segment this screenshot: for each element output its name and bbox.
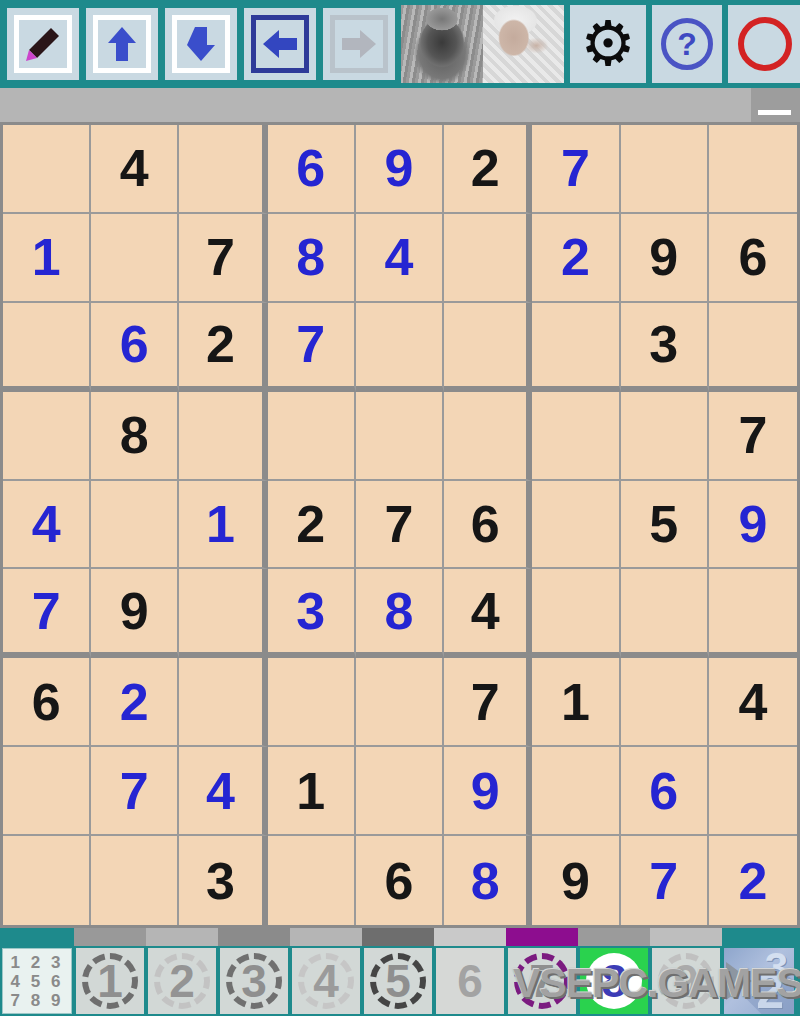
- cell-r2c9[interactable]: 6: [709, 214, 797, 303]
- digit-label: 9: [673, 958, 699, 1004]
- cell-r7c5[interactable]: [356, 658, 444, 747]
- digit-button-1[interactable]: 1: [76, 948, 144, 1014]
- progress-segment-4: [290, 928, 362, 946]
- cell-r4c1[interactable]: [3, 392, 91, 481]
- cell-r7c3[interactable]: [179, 658, 267, 747]
- cell-r7c8[interactable]: [621, 658, 709, 747]
- keypad-row: 4 5 6: [11, 972, 64, 991]
- cell-r8c1[interactable]: [3, 747, 91, 836]
- cell-r2c8[interactable]: 9: [621, 214, 709, 303]
- keypad-row: 1 2 3: [11, 953, 64, 972]
- cell-r5c1[interactable]: 4: [3, 481, 91, 570]
- progress-segment-3: [218, 928, 290, 946]
- banner-photos: [401, 5, 564, 83]
- digit-label: 5: [385, 958, 411, 1004]
- progress-segment-5: [362, 928, 434, 946]
- keypad-row: 7 8 9: [11, 991, 64, 1010]
- cell-r9c4[interactable]: [268, 836, 356, 925]
- cell-r6c1[interactable]: 7: [3, 569, 91, 658]
- cell-r3c7[interactable]: [532, 303, 620, 392]
- cell-r5c6[interactable]: 6: [444, 481, 532, 570]
- cell-r4c9[interactable]: 7: [709, 392, 797, 481]
- child-photo: [483, 5, 565, 83]
- digit-label: 7: [529, 958, 555, 1004]
- sudoku-app: ⚙ ? 469271784296627387412765979384627147…: [0, 0, 800, 1016]
- left-arrow-button[interactable]: [244, 8, 316, 80]
- cell-r7c2[interactable]: 2: [91, 658, 179, 747]
- title-bar: [0, 88, 800, 122]
- cell-r7c1[interactable]: 6: [3, 658, 91, 747]
- cell-r3c3[interactable]: 2: [179, 303, 267, 392]
- cell-r1c1[interactable]: [3, 125, 91, 214]
- cell-r8c3[interactable]: 4: [179, 747, 267, 836]
- digit-button-2[interactable]: 2: [148, 948, 216, 1014]
- cell-r4c8[interactable]: [621, 392, 709, 481]
- cell-r4c3[interactable]: [179, 392, 267, 481]
- cell-r9c6[interactable]: 8: [444, 836, 532, 925]
- cell-r2c5[interactable]: 4: [356, 214, 444, 303]
- help-icon: ?: [661, 18, 713, 70]
- cell-r2c7[interactable]: 2: [532, 214, 620, 303]
- minimize-handle[interactable]: [758, 110, 791, 115]
- cell-r3c5[interactable]: [356, 303, 444, 392]
- cell-r8c6[interactable]: 9: [444, 747, 532, 836]
- cell-r9c9[interactable]: 2: [709, 836, 797, 925]
- cell-r2c1[interactable]: 1: [3, 214, 91, 303]
- cell-r6c8[interactable]: [621, 569, 709, 658]
- cell-r4c7[interactable]: [532, 392, 620, 481]
- sudoku-board: 4692717842966273874127659793846271474196…: [0, 122, 800, 928]
- digit-label: 2: [169, 958, 195, 1004]
- down-arrow-button[interactable]: [165, 8, 237, 80]
- cell-r7c9[interactable]: 4: [709, 658, 797, 747]
- cell-r8c2[interactable]: 7: [91, 747, 179, 836]
- cell-r9c7[interactable]: 9: [532, 836, 620, 925]
- digit-label: 4: [313, 958, 339, 1004]
- cell-r5c3[interactable]: 1: [179, 481, 267, 570]
- toolbar: ⚙ ?: [0, 0, 800, 88]
- cell-r1c3[interactable]: [179, 125, 267, 214]
- cell-r1c2[interactable]: 4: [91, 125, 179, 214]
- cell-r9c2[interactable]: [91, 836, 179, 925]
- pencilmark-keypad-button[interactable]: 1 2 3 4 5 6 7 8 9: [2, 948, 72, 1014]
- cell-r1c5[interactable]: 9: [356, 125, 444, 214]
- cell-r3c8[interactable]: 3: [621, 303, 709, 392]
- record-circle-icon: [738, 17, 792, 71]
- up-arrow-button[interactable]: [86, 8, 158, 80]
- progress-segment-0: [0, 928, 74, 946]
- cell-r7c7[interactable]: 1: [532, 658, 620, 747]
- cell-r8c7[interactable]: [532, 747, 620, 836]
- up-arrow-icon: [93, 15, 151, 73]
- digit-button-4[interactable]: 4: [292, 948, 360, 1014]
- progress-segment-7: [506, 928, 578, 946]
- cell-r8c4[interactable]: 1: [268, 747, 356, 836]
- left-arrow-icon: [251, 15, 309, 73]
- cell-r4c2[interactable]: 8: [91, 392, 179, 481]
- cell-r9c3[interactable]: 3: [179, 836, 267, 925]
- cell-r3c4[interactable]: 7: [268, 303, 356, 392]
- cell-r5c8[interactable]: 5: [621, 481, 709, 570]
- title-bar-corner: [751, 88, 800, 122]
- cell-r2c4[interactable]: 8: [268, 214, 356, 303]
- cell-r6c4[interactable]: 3: [268, 569, 356, 658]
- cell-r3c9[interactable]: [709, 303, 797, 392]
- help-button[interactable]: ?: [652, 5, 722, 83]
- digit-button-6[interactable]: 6: [436, 948, 504, 1014]
- cell-r6c7[interactable]: [532, 569, 620, 658]
- digit-button-7[interactable]: 7: [508, 948, 576, 1014]
- cell-r2c6[interactable]: [444, 214, 532, 303]
- progress-segment-10: [722, 928, 798, 946]
- cell-r1c7[interactable]: 7: [532, 125, 620, 214]
- triangle-icon: [726, 962, 752, 1000]
- cell-r9c8[interactable]: 7: [621, 836, 709, 925]
- cell-r1c8[interactable]: [621, 125, 709, 214]
- cell-r1c9[interactable]: [709, 125, 797, 214]
- digit-label: 1: [97, 958, 123, 1004]
- settings-button[interactable]: ⚙: [570, 5, 646, 83]
- cell-r4c5[interactable]: [356, 392, 444, 481]
- cell-r5c2[interactable]: [91, 481, 179, 570]
- cell-r5c7[interactable]: [532, 481, 620, 570]
- digit-progress-strip: [0, 928, 800, 946]
- cell-r6c3[interactable]: [179, 569, 267, 658]
- cell-r9c1[interactable]: [3, 836, 91, 925]
- pencil-icon: [14, 15, 72, 73]
- progress-segment-2: [146, 928, 218, 946]
- cell-r1c4[interactable]: 6: [268, 125, 356, 214]
- cell-r4c6[interactable]: [444, 392, 532, 481]
- cell-r8c8[interactable]: 6: [621, 747, 709, 836]
- cell-r2c3[interactable]: 7: [179, 214, 267, 303]
- cell-r3c6[interactable]: [444, 303, 532, 392]
- right-arrow-icon: [330, 15, 388, 73]
- number-pad: 1 2 3 4 5 6 7 8 9 123456789 3 2: [0, 946, 800, 1016]
- cell-r2c2[interactable]: [91, 214, 179, 303]
- counter-digit: 2: [756, 962, 784, 1014]
- cell-r8c5[interactable]: [356, 747, 444, 836]
- digit-button-9[interactable]: 9: [652, 948, 720, 1014]
- cell-r9c5[interactable]: 6: [356, 836, 444, 925]
- cell-r7c6[interactable]: 7: [444, 658, 532, 747]
- cell-r1c6[interactable]: 2: [444, 125, 532, 214]
- cell-r8c9[interactable]: [709, 747, 797, 836]
- cell-r6c6[interactable]: 4: [444, 569, 532, 658]
- down-arrow-icon: [172, 15, 230, 73]
- cell-r4c4[interactable]: [268, 392, 356, 481]
- record-button[interactable]: [728, 5, 800, 83]
- cell-r6c2[interactable]: 9: [91, 569, 179, 658]
- gear-icon: ⚙: [580, 13, 636, 75]
- progress-segment-6: [434, 928, 506, 946]
- progress-segment-8: [578, 928, 650, 946]
- cell-r5c5[interactable]: 7: [356, 481, 444, 570]
- digit-button-8[interactable]: 8: [580, 948, 648, 1014]
- digit-label: 3: [241, 958, 267, 1004]
- cell-r6c9[interactable]: [709, 569, 797, 658]
- progress-segment-9: [650, 928, 722, 946]
- gorilla-photo: [401, 5, 483, 83]
- digit-button-3[interactable]: 3: [220, 948, 288, 1014]
- digit-label: 8: [601, 958, 627, 1004]
- progress-segment-1: [74, 928, 146, 946]
- cell-r5c9[interactable]: 9: [709, 481, 797, 570]
- cell-r3c1[interactable]: [3, 303, 91, 392]
- pencil-button[interactable]: [7, 8, 79, 80]
- cell-r5c4[interactable]: 2: [268, 481, 356, 570]
- digit-button-5[interactable]: 5: [364, 948, 432, 1014]
- cell-r7c4[interactable]: [268, 658, 356, 747]
- counter-tile: 3 2: [724, 948, 794, 1014]
- right-arrow-button[interactable]: [323, 8, 395, 80]
- cell-r6c5[interactable]: 8: [356, 569, 444, 658]
- digit-label: 6: [457, 958, 483, 1004]
- cell-r3c2[interactable]: 6: [91, 303, 179, 392]
